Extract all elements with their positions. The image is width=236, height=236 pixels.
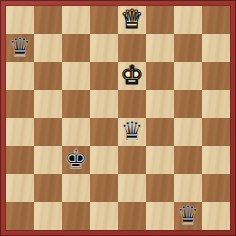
square-e8[interactable]: ♛ [118,6,146,34]
square-a6[interactable] [6,62,34,90]
square-a8[interactable] [6,6,34,34]
square-f2[interactable] [146,174,174,202]
square-g6[interactable] [174,62,202,90]
square-g7[interactable] [174,34,202,62]
piece-black-queen-e4[interactable]: ♛ [120,118,143,145]
square-c4[interactable] [62,118,90,146]
square-b1[interactable] [34,202,62,230]
piece-white-king-e6[interactable]: ♚ [120,62,143,89]
square-d4[interactable] [90,118,118,146]
square-d6[interactable] [90,62,118,90]
square-e3[interactable] [118,146,146,174]
square-f1[interactable] [146,202,174,230]
square-f4[interactable] [146,118,174,146]
square-h5[interactable] [202,90,230,118]
square-e5[interactable] [118,90,146,118]
chess-board-frame: ♛♛♚♛♚♛ [0,0,236,236]
square-c1[interactable] [62,202,90,230]
square-d1[interactable] [90,202,118,230]
square-c2[interactable] [62,174,90,202]
square-g2[interactable] [174,174,202,202]
square-h4[interactable] [202,118,230,146]
square-g4[interactable] [174,118,202,146]
square-a1[interactable] [6,202,34,230]
square-b7[interactable] [34,34,62,62]
square-e2[interactable] [118,174,146,202]
piece-black-queen-g1[interactable]: ♛ [176,202,199,229]
square-f5[interactable] [146,90,174,118]
square-a4[interactable] [6,118,34,146]
square-h2[interactable] [202,174,230,202]
square-d8[interactable] [90,6,118,34]
square-g1[interactable]: ♛ [174,202,202,230]
square-b4[interactable] [34,118,62,146]
square-d5[interactable] [90,90,118,118]
square-a5[interactable] [6,90,34,118]
piece-white-queen-e8[interactable]: ♛ [120,6,143,33]
square-a3[interactable] [6,146,34,174]
square-d2[interactable] [90,174,118,202]
square-e7[interactable] [118,34,146,62]
square-e1[interactable] [118,202,146,230]
square-c8[interactable] [62,6,90,34]
square-h7[interactable] [202,34,230,62]
square-c3[interactable]: ♚ [62,146,90,174]
square-c5[interactable] [62,90,90,118]
square-g3[interactable] [174,146,202,174]
square-h3[interactable] [202,146,230,174]
square-h8[interactable] [202,6,230,34]
square-f8[interactable] [146,6,174,34]
chess-board: ♛♛♚♛♚♛ [6,6,230,230]
square-g8[interactable] [174,6,202,34]
square-f6[interactable] [146,62,174,90]
square-g5[interactable] [174,90,202,118]
square-b3[interactable] [34,146,62,174]
square-b5[interactable] [34,90,62,118]
square-b2[interactable] [34,174,62,202]
square-h1[interactable] [202,202,230,230]
piece-black-queen-a7[interactable]: ♛ [8,34,31,61]
square-d3[interactable] [90,146,118,174]
square-f7[interactable] [146,34,174,62]
square-c7[interactable] [62,34,90,62]
square-b8[interactable] [34,6,62,34]
square-a2[interactable] [6,174,34,202]
square-d7[interactable] [90,34,118,62]
square-f3[interactable] [146,146,174,174]
square-a7[interactable]: ♛ [6,34,34,62]
piece-black-king-c3[interactable]: ♚ [64,146,87,173]
square-e4[interactable]: ♛ [118,118,146,146]
square-c6[interactable] [62,62,90,90]
square-e6[interactable]: ♚ [118,62,146,90]
square-h6[interactable] [202,62,230,90]
square-b6[interactable] [34,62,62,90]
